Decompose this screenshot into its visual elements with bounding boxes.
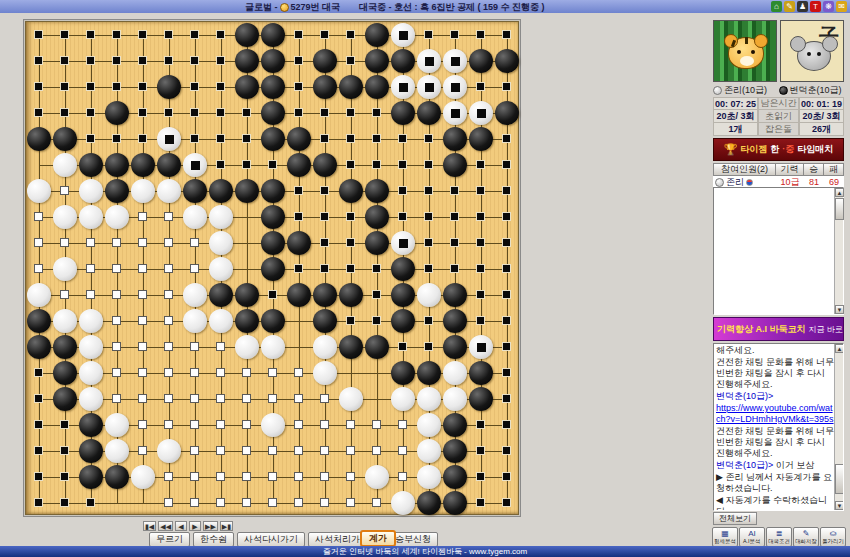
- black-remaining-time: 00: 01: 19: [799, 97, 844, 110]
- black-stone[interactable]: [443, 335, 467, 359]
- black-territory-mark: [294, 56, 303, 65]
- white-territory-mark: [346, 446, 355, 455]
- white-territory-mark: [294, 446, 303, 455]
- white-stone[interactable]: [443, 361, 467, 385]
- white-territory-mark: [164, 264, 173, 273]
- ai-coach-ad-banner[interactable]: 기력향상 A.I 바둑코치 지금 바로 클릭 CLICK: [713, 317, 844, 341]
- black-stone[interactable]: [235, 75, 259, 99]
- move-navigation: ▮◀◀◀◀▶▶▶▶▮: [143, 521, 233, 531]
- black-stone[interactable]: [469, 127, 493, 151]
- dead-white-stone[interactable]: [469, 335, 493, 359]
- dead-white-stone[interactable]: [469, 101, 493, 125]
- black-stone[interactable]: [261, 309, 285, 333]
- black-stone[interactable]: [209, 179, 233, 203]
- black-territory-mark: [294, 82, 303, 91]
- white-stone[interactable]: [79, 179, 103, 203]
- black-stone[interactable]: [53, 335, 77, 359]
- black-territory-mark: [346, 238, 355, 247]
- white-territory-mark: [268, 472, 277, 481]
- black-stone[interactable]: [287, 127, 311, 151]
- black-stone[interactable]: [365, 231, 389, 255]
- white-territory-mark: [268, 368, 277, 377]
- black-territory-mark: [138, 30, 147, 39]
- black-stone[interactable]: [27, 335, 51, 359]
- white-stone[interactable]: [313, 335, 337, 359]
- white-territory-mark: [138, 342, 147, 351]
- white-stone[interactable]: [79, 361, 103, 385]
- white-territory-mark: [372, 498, 381, 507]
- black-territory-mark: [398, 342, 407, 351]
- black-territory-mark: [476, 264, 485, 273]
- white-stone[interactable]: [53, 205, 77, 229]
- white-stone[interactable]: [53, 309, 77, 333]
- white-player-name: 존리(10급): [713, 84, 779, 96]
- black-territory-mark: [398, 212, 407, 221]
- black-stone[interactable]: [443, 309, 467, 333]
- white-territory-mark: [216, 368, 225, 377]
- white-stone[interactable]: [105, 439, 129, 463]
- white-territory-mark: [346, 498, 355, 507]
- white-territory-mark: [112, 316, 121, 325]
- black-stone[interactable]: [469, 49, 493, 73]
- go-board[interactable]: [25, 21, 519, 515]
- black-stone[interactable]: [53, 387, 77, 411]
- black-stone[interactable]: [313, 309, 337, 333]
- black-stone[interactable]: [443, 465, 467, 489]
- black-territory-mark: [502, 264, 511, 273]
- black-territory-mark: [502, 472, 511, 481]
- black-stone[interactable]: [365, 205, 389, 229]
- white-stone[interactable]: [209, 309, 233, 333]
- black-territory-mark: [34, 472, 43, 481]
- dead-white-stone[interactable]: [183, 153, 207, 177]
- white-stone[interactable]: [209, 257, 233, 281]
- black-territory-mark: [398, 160, 407, 169]
- black-territory-mark: [502, 212, 511, 221]
- black-stone[interactable]: [105, 153, 129, 177]
- white-territory-mark: [216, 472, 225, 481]
- black-stone[interactable]: [391, 49, 415, 73]
- count-button[interactable]: 계가: [360, 530, 396, 547]
- white-stone[interactable]: [365, 465, 389, 489]
- black-territory-mark: [476, 186, 485, 195]
- black-stone[interactable]: [443, 491, 467, 515]
- black-territory-mark: [60, 446, 69, 455]
- black-stone[interactable]: [469, 361, 493, 385]
- black-stone[interactable]: [391, 101, 415, 125]
- action-button-2[interactable]: 사석다시가기: [237, 532, 305, 547]
- white-territory-mark: [34, 238, 43, 247]
- black-territory-mark: [216, 134, 225, 143]
- black-stone[interactable]: [443, 413, 467, 437]
- black-stone[interactable]: [79, 153, 103, 177]
- white-stone[interactable]: [79, 205, 103, 229]
- white-stone[interactable]: [443, 387, 467, 411]
- penguin-icon[interactable]: ♟: [797, 1, 808, 12]
- white-territory-mark: [294, 498, 303, 507]
- white-stone[interactable]: [53, 257, 77, 281]
- side-button-돌가리기[interactable]: ⛀돌가리기: [820, 527, 846, 547]
- black-territory-mark: [372, 264, 381, 273]
- black-stone[interactable]: [261, 231, 285, 255]
- white-territory-mark: [190, 368, 199, 377]
- black-stone[interactable]: [391, 361, 415, 385]
- black-territory-mark: [138, 56, 147, 65]
- black-stone[interactable]: [157, 153, 181, 177]
- dead-white-stone[interactable]: [417, 49, 441, 73]
- black-stone[interactable]: [235, 179, 259, 203]
- white-territory-mark: [190, 472, 199, 481]
- chat-message: 해주세요.: [716, 345, 834, 356]
- black-territory-mark: [190, 30, 199, 39]
- white-territory-mark: [216, 446, 225, 455]
- black-territory-mark: [268, 290, 277, 299]
- black-stone[interactable]: [261, 179, 285, 203]
- side-button-A.I분석[interactable]: AIA.I분석: [739, 527, 765, 547]
- dead-white-stone[interactable]: [443, 75, 467, 99]
- white-stone[interactable]: [105, 413, 129, 437]
- black-stone[interactable]: [209, 283, 233, 307]
- black-territory-mark: [346, 212, 355, 221]
- black-stone[interactable]: [417, 101, 441, 125]
- white-territory-mark: [372, 420, 381, 429]
- black-territory-mark: [476, 212, 485, 221]
- black-stone[interactable]: [27, 127, 51, 151]
- side-button-형세분석[interactable]: ▦형세분석: [712, 527, 738, 547]
- black-territory-mark: [502, 316, 511, 325]
- black-stone[interactable]: [391, 283, 415, 307]
- black-territory-mark: [60, 498, 69, 507]
- white-stone[interactable]: [339, 387, 363, 411]
- black-territory-mark: [60, 108, 69, 117]
- white-stone[interactable]: [391, 491, 415, 515]
- dead-white-stone[interactable]: [391, 231, 415, 255]
- participants-scrollbar[interactable]: ▲ ▼: [834, 188, 843, 314]
- black-stone[interactable]: [391, 257, 415, 281]
- side-button-row: ▦형세분석AIA.I분석≣대국조건✎대화저장⛀돌가리기: [712, 527, 846, 547]
- nav-button-2[interactable]: ◀: [175, 521, 187, 531]
- black-territory-mark: [424, 160, 433, 169]
- dead-stone-mark: [451, 83, 460, 92]
- black-stone[interactable]: [235, 23, 259, 47]
- white-territory-mark: [294, 420, 303, 429]
- black-territory-mark: [294, 186, 303, 195]
- white-stone[interactable]: [157, 179, 181, 203]
- dead-white-stone[interactable]: [391, 23, 415, 47]
- white-territory-mark: [138, 368, 147, 377]
- white-stone[interactable]: [131, 179, 155, 203]
- black-stone[interactable]: [261, 75, 285, 99]
- chat-view-all-tab[interactable]: 전체보기: [713, 512, 757, 525]
- black-stone[interactable]: [443, 439, 467, 463]
- black-stone[interactable]: [313, 283, 337, 307]
- event-banner[interactable]: 🏆 타이젬 한 ·중 타임매치: [713, 138, 844, 161]
- black-stone[interactable]: [79, 465, 103, 489]
- black-stone[interactable]: [313, 153, 337, 177]
- chat-message: 변덕춘(10급)>: [716, 391, 834, 402]
- white-territory-mark: [86, 238, 95, 247]
- black-stone[interactable]: [157, 75, 181, 99]
- nav-button-1[interactable]: ◀◀: [158, 521, 173, 531]
- black-stone[interactable]: [365, 75, 389, 99]
- nav-button-3[interactable]: ▶: [189, 521, 201, 531]
- white-territory-mark: [138, 316, 147, 325]
- black-territory-mark: [34, 446, 43, 455]
- black-territory-mark: [294, 264, 303, 273]
- black-stone[interactable]: [443, 283, 467, 307]
- black-stone[interactable]: [469, 387, 493, 411]
- white-stone[interactable]: [209, 231, 233, 255]
- white-stone[interactable]: [183, 309, 207, 333]
- black-territory-mark: [190, 82, 199, 91]
- tygem-t-icon[interactable]: T: [810, 1, 821, 12]
- white-stone[interactable]: [131, 465, 155, 489]
- white-stone[interactable]: [183, 283, 207, 307]
- black-territory-mark: [86, 30, 95, 39]
- white-captures: 1개: [713, 123, 758, 136]
- white-territory-mark: [242, 446, 251, 455]
- side-button-icon: ▦: [721, 530, 729, 538]
- black-stone[interactable]: [313, 49, 337, 73]
- white-territory-mark: [138, 420, 147, 429]
- title-bar: 글로벌 -5279번 대국 대국중 - 호선 : 흑 6집반 공제 ( 159 …: [0, 0, 850, 13]
- black-territory-mark: [424, 316, 433, 325]
- action-button-0[interactable]: 무르기: [149, 532, 190, 547]
- black-territory-mark: [346, 108, 355, 117]
- remaining-time-label: 남은시간: [758, 97, 799, 110]
- chat-message: ◀ 자동계가를 수락하셨습니다.: [716, 495, 834, 511]
- black-territory-mark: [138, 82, 147, 91]
- home-icon[interactable]: ⌂: [771, 1, 782, 12]
- black-territory-mark: [476, 472, 485, 481]
- black-stone[interactable]: [261, 101, 285, 125]
- white-territory-mark: [190, 394, 199, 403]
- dead-white-stone[interactable]: [443, 101, 467, 125]
- black-territory-mark: [86, 134, 95, 143]
- white-stone[interactable]: [417, 387, 441, 411]
- black-territory-mark: [190, 108, 199, 117]
- black-territory-mark: [502, 134, 511, 143]
- dead-stone-mark: [191, 161, 200, 170]
- white-territory-mark: [86, 264, 95, 273]
- black-stone[interactable]: [27, 309, 51, 333]
- black-stone[interactable]: [365, 49, 389, 73]
- black-stone[interactable]: [261, 205, 285, 229]
- black-stone[interactable]: [105, 179, 129, 203]
- dead-stone-mark: [425, 57, 434, 66]
- white-stone[interactable]: [79, 309, 103, 333]
- black-stone[interactable]: [261, 23, 285, 47]
- bottom-bar-text: 즐거운 인터넷 바둑의 세계! 타이젬바둑 - www.tygem.com: [323, 546, 527, 557]
- black-stone[interactable]: [417, 491, 441, 515]
- black-territory-mark: [346, 56, 355, 65]
- black-territory-mark: [320, 134, 329, 143]
- black-stone[interactable]: [105, 465, 129, 489]
- ad-line1: 기력향상 A.I 바둑코치: [717, 323, 806, 336]
- black-territory-mark: [294, 212, 303, 221]
- chat-messages: 해주세요.건전한 채팅 문화를 위해 너무 빈번한 채팅을 잠시 후 다시 진행…: [716, 345, 834, 511]
- black-stone[interactable]: [235, 283, 259, 307]
- white-stone[interactable]: [417, 465, 441, 489]
- white-stone[interactable]: [53, 153, 77, 177]
- black-territory-mark: [320, 264, 329, 273]
- game-status: 대국중 - 호선 : 흑 6집반 공제 ( 159 수 진행중 ): [359, 2, 545, 12]
- black-territory-mark: [216, 30, 225, 39]
- black-stone[interactable]: [105, 101, 129, 125]
- white-stone[interactable]: [417, 283, 441, 307]
- white-territory-mark: [164, 342, 173, 351]
- black-stone[interactable]: [365, 179, 389, 203]
- white-territory-mark: [372, 446, 381, 455]
- black-stone[interactable]: [339, 283, 363, 307]
- black-territory-mark: [502, 394, 511, 403]
- black-stone[interactable]: [261, 257, 285, 281]
- chat-message[interactable]: https://www.youtube.com/watch?v=LDHmhHgV…: [716, 403, 834, 425]
- black-territory-mark: [112, 82, 121, 91]
- white-territory-mark: [164, 394, 173, 403]
- white-stone[interactable]: [235, 335, 259, 359]
- black-stone[interactable]: [391, 309, 415, 333]
- white-stone[interactable]: [209, 205, 233, 229]
- black-stone[interactable]: [287, 153, 311, 177]
- white-stone[interactable]: [79, 387, 103, 411]
- nav-button-4[interactable]: ▶▶: [203, 521, 218, 531]
- white-territory-mark: [34, 212, 43, 221]
- black-territory-mark: [60, 420, 69, 429]
- black-stone[interactable]: [261, 127, 285, 151]
- black-stone[interactable]: [261, 49, 285, 73]
- white-stone[interactable]: [417, 413, 441, 437]
- lamp-icon[interactable]: ❋: [823, 1, 834, 12]
- white-stone[interactable]: [105, 205, 129, 229]
- black-stone[interactable]: [183, 179, 207, 203]
- white-stone[interactable]: [27, 283, 51, 307]
- black-territory-mark: [346, 316, 355, 325]
- black-stone[interactable]: [339, 179, 363, 203]
- black-territory-mark: [476, 30, 485, 39]
- black-stone[interactable]: [339, 75, 363, 99]
- black-territory-mark: [372, 160, 381, 169]
- black-territory-mark: [60, 82, 69, 91]
- black-territory-mark: [476, 420, 485, 429]
- black-territory-mark: [424, 186, 433, 195]
- black-territory-mark: [502, 498, 511, 507]
- black-stone[interactable]: [79, 439, 103, 463]
- black-territory-mark: [60, 30, 69, 39]
- black-stone[interactable]: [313, 75, 337, 99]
- white-stone[interactable]: [27, 179, 51, 203]
- black-territory-mark: [216, 160, 225, 169]
- black-territory-mark: [346, 134, 355, 143]
- white-stone[interactable]: [79, 335, 103, 359]
- white-territory-mark: [164, 290, 173, 299]
- black-stone[interactable]: [287, 283, 311, 307]
- black-stone[interactable]: [417, 361, 441, 385]
- white-territory-mark: [216, 342, 225, 351]
- white-territory-mark: [138, 394, 147, 403]
- black-territory-mark: [346, 30, 355, 39]
- white-territory-mark: [190, 498, 199, 507]
- black-stone[interactable]: [365, 23, 389, 47]
- white-territory-mark: [294, 394, 303, 403]
- white-territory-mark: [268, 498, 277, 507]
- white-territory-mark: [242, 498, 251, 507]
- white-territory-mark: [190, 342, 199, 351]
- dead-white-stone[interactable]: [417, 75, 441, 99]
- black-stone[interactable]: [131, 153, 155, 177]
- side-button-대화저장[interactable]: ✎대화저장: [793, 527, 819, 547]
- white-territory-mark: [60, 238, 69, 247]
- black-territory-mark: [216, 82, 225, 91]
- black-territory-mark: [502, 368, 511, 377]
- white-stone[interactable]: [157, 439, 181, 463]
- dead-stone-mark: [165, 135, 174, 144]
- white-territory-mark: [398, 446, 407, 455]
- black-stone[interactable]: [495, 49, 519, 73]
- black-stone-icon: [779, 86, 788, 95]
- white-territory-mark: [190, 446, 199, 455]
- chat-message: 건전한 채팅 문화를 위해 너무 빈번한 채팅을 잠시 후 다시 진행해주세요.: [716, 357, 834, 390]
- black-stone[interactable]: [79, 413, 103, 437]
- dead-white-stone[interactable]: [391, 75, 415, 99]
- dead-white-stone[interactable]: [443, 49, 467, 73]
- mail-icon[interactable]: ✉: [836, 1, 847, 12]
- dead-white-stone[interactable]: [157, 127, 181, 151]
- white-stone[interactable]: [261, 413, 285, 437]
- white-territory-mark: [60, 290, 69, 299]
- black-stone[interactable]: [443, 153, 467, 177]
- white-stone[interactable]: [417, 439, 441, 463]
- black-stone[interactable]: [443, 127, 467, 151]
- action-button-1[interactable]: 한수쉼: [193, 532, 234, 547]
- white-territory-mark: [294, 368, 303, 377]
- black-stone[interactable]: [53, 127, 77, 151]
- chat-scrollbar[interactable]: ▲ ▼: [834, 344, 843, 510]
- white-stone[interactable]: [313, 361, 337, 385]
- paint-icon[interactable]: ✎: [784, 1, 795, 12]
- black-territory-mark: [320, 30, 329, 39]
- chat-window[interactable]: 해주세요.건전한 채팅 문화를 위해 너무 빈번한 채팅을 잠시 후 다시 진행…: [713, 343, 844, 511]
- black-stone[interactable]: [235, 49, 259, 73]
- black-territory-mark: [502, 290, 511, 299]
- black-stone[interactable]: [287, 231, 311, 255]
- white-stone[interactable]: [391, 387, 415, 411]
- black-stone[interactable]: [53, 361, 77, 385]
- black-stone[interactable]: [495, 101, 519, 125]
- black-stone[interactable]: [365, 335, 389, 359]
- white-stone[interactable]: [261, 335, 285, 359]
- game-title: 글로벌 -5279번 대국 대국중 - 호선 : 흑 6집반 공제 ( 159 …: [245, 1, 545, 14]
- black-player-avatar: 子: [780, 20, 844, 82]
- black-stone[interactable]: [339, 335, 363, 359]
- black-territory-mark: [60, 472, 69, 481]
- trophy-icon: 🏆: [724, 143, 738, 156]
- nav-button-0[interactable]: ▮◀: [143, 521, 156, 531]
- participants-list[interactable]: ▲ ▼: [713, 187, 844, 315]
- white-territory-mark: [190, 420, 199, 429]
- black-territory-mark: [450, 264, 459, 273]
- side-button-대국조건[interactable]: ≣대국조건: [766, 527, 792, 547]
- black-stone[interactable]: [235, 309, 259, 333]
- white-territory-mark: [190, 264, 199, 273]
- white-territory-mark: [34, 264, 43, 273]
- nav-button-5[interactable]: ▶▮: [220, 521, 233, 531]
- white-territory-mark: [216, 498, 225, 507]
- black-territory-mark: [268, 160, 277, 169]
- tiger-avatar-face: [728, 37, 764, 69]
- white-stone[interactable]: [183, 205, 207, 229]
- white-territory-mark: [112, 368, 121, 377]
